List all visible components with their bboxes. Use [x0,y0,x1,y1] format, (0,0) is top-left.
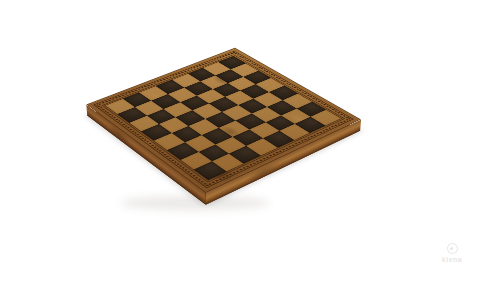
photo-background: klena [0,0,480,284]
watermark-text: klena [442,256,462,263]
board-top [86,48,361,193]
board-shadow [120,196,270,210]
watermark: klena [430,243,474,263]
board-field [106,56,341,180]
watermark-logo-icon [447,243,458,254]
chess-board [87,58,360,205]
